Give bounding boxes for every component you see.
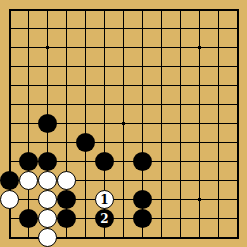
intersection[interactable] xyxy=(0,190,19,209)
intersection[interactable] xyxy=(209,38,228,57)
intersection[interactable] xyxy=(19,209,38,228)
intersection[interactable] xyxy=(152,114,171,133)
intersection[interactable] xyxy=(171,76,190,95)
intersection[interactable] xyxy=(152,228,171,247)
intersection[interactable] xyxy=(95,114,114,133)
intersection[interactable] xyxy=(76,0,95,19)
black-stone xyxy=(57,190,76,209)
black-stone xyxy=(19,152,38,171)
intersection[interactable] xyxy=(228,76,247,95)
black-stone xyxy=(133,152,152,171)
intersection[interactable] xyxy=(228,171,247,190)
intersection[interactable]: 2 xyxy=(95,209,114,228)
intersection[interactable] xyxy=(114,76,133,95)
intersection[interactable] xyxy=(133,95,152,114)
intersection[interactable] xyxy=(152,152,171,171)
intersection[interactable] xyxy=(19,133,38,152)
intersection[interactable] xyxy=(133,228,152,247)
black-stone xyxy=(133,209,152,228)
intersection[interactable] xyxy=(38,114,57,133)
intersection[interactable] xyxy=(95,19,114,38)
intersection[interactable] xyxy=(57,171,76,190)
intersection[interactable] xyxy=(133,76,152,95)
intersection[interactable] xyxy=(57,57,76,76)
intersection[interactable] xyxy=(133,114,152,133)
intersection[interactable] xyxy=(57,133,76,152)
intersection[interactable] xyxy=(38,209,57,228)
intersection[interactable] xyxy=(209,171,228,190)
intersection[interactable] xyxy=(228,57,247,76)
intersection[interactable] xyxy=(152,171,171,190)
intersection[interactable] xyxy=(228,19,247,38)
intersection[interactable] xyxy=(133,133,152,152)
intersection[interactable] xyxy=(228,0,247,19)
intersection[interactable] xyxy=(0,0,19,19)
intersection[interactable] xyxy=(190,171,209,190)
intersection[interactable] xyxy=(38,152,57,171)
intersection[interactable] xyxy=(133,38,152,57)
intersection[interactable] xyxy=(152,76,171,95)
intersection[interactable] xyxy=(190,38,209,57)
intersection[interactable] xyxy=(190,228,209,247)
intersection[interactable] xyxy=(95,171,114,190)
intersection[interactable] xyxy=(190,95,209,114)
intersection[interactable] xyxy=(228,38,247,57)
intersection[interactable] xyxy=(114,133,133,152)
black-stone xyxy=(0,171,19,190)
intersection[interactable] xyxy=(95,95,114,114)
white-stone: 1 xyxy=(95,190,114,209)
intersection[interactable] xyxy=(38,190,57,209)
white-stone xyxy=(38,171,57,190)
intersection[interactable] xyxy=(190,0,209,19)
intersection[interactable] xyxy=(133,209,152,228)
intersection[interactable] xyxy=(114,152,133,171)
intersection[interactable] xyxy=(171,114,190,133)
intersection[interactable] xyxy=(57,38,76,57)
intersection[interactable] xyxy=(76,171,95,190)
intersection[interactable] xyxy=(209,19,228,38)
intersection[interactable] xyxy=(57,152,76,171)
intersection[interactable] xyxy=(38,0,57,19)
intersection[interactable] xyxy=(152,95,171,114)
black-stone xyxy=(38,114,57,133)
go-board: 12 xyxy=(0,0,247,247)
intersection[interactable] xyxy=(190,190,209,209)
intersection[interactable] xyxy=(38,228,57,247)
intersection[interactable] xyxy=(76,190,95,209)
intersection[interactable] xyxy=(114,19,133,38)
intersection[interactable] xyxy=(209,95,228,114)
intersection[interactable] xyxy=(171,38,190,57)
intersection[interactable] xyxy=(152,190,171,209)
intersection[interactable] xyxy=(152,133,171,152)
intersection[interactable] xyxy=(209,133,228,152)
intersection[interactable] xyxy=(95,57,114,76)
intersection[interactable] xyxy=(76,57,95,76)
intersection[interactable] xyxy=(133,19,152,38)
intersection[interactable] xyxy=(152,0,171,19)
white-stone xyxy=(57,171,76,190)
intersection[interactable] xyxy=(114,209,133,228)
intersection[interactable] xyxy=(19,152,38,171)
black-stone xyxy=(38,152,57,171)
intersection[interactable] xyxy=(228,190,247,209)
intersection[interactable] xyxy=(228,114,247,133)
black-stone xyxy=(57,209,76,228)
intersection[interactable] xyxy=(171,19,190,38)
intersection[interactable] xyxy=(0,171,19,190)
intersection[interactable] xyxy=(19,38,38,57)
intersection[interactable] xyxy=(0,152,19,171)
intersection[interactable] xyxy=(171,171,190,190)
intersection[interactable] xyxy=(114,38,133,57)
intersection[interactable] xyxy=(57,95,76,114)
move-label: 1 xyxy=(100,194,108,206)
intersection[interactable] xyxy=(209,152,228,171)
intersection[interactable] xyxy=(133,152,152,171)
intersection[interactable] xyxy=(95,0,114,19)
intersection[interactable] xyxy=(76,152,95,171)
intersection[interactable] xyxy=(171,0,190,19)
intersection[interactable] xyxy=(19,114,38,133)
intersection[interactable] xyxy=(57,76,76,95)
intersection[interactable] xyxy=(209,57,228,76)
intersection[interactable] xyxy=(95,228,114,247)
intersection[interactable] xyxy=(0,95,19,114)
intersection[interactable] xyxy=(19,0,38,19)
intersection[interactable] xyxy=(76,38,95,57)
intersection[interactable] xyxy=(76,114,95,133)
intersection[interactable] xyxy=(95,133,114,152)
intersection[interactable] xyxy=(38,133,57,152)
intersection[interactable] xyxy=(133,190,152,209)
intersection[interactable] xyxy=(19,190,38,209)
intersection[interactable] xyxy=(0,38,19,57)
intersection[interactable] xyxy=(114,114,133,133)
intersection[interactable] xyxy=(152,19,171,38)
intersection[interactable] xyxy=(133,0,152,19)
intersection[interactable] xyxy=(228,228,247,247)
white-stone xyxy=(38,228,57,247)
black-stone xyxy=(133,190,152,209)
intersection[interactable] xyxy=(171,190,190,209)
intersection[interactable] xyxy=(171,209,190,228)
intersection[interactable] xyxy=(19,19,38,38)
intersection[interactable] xyxy=(114,57,133,76)
intersection[interactable] xyxy=(171,133,190,152)
white-stone xyxy=(38,209,57,228)
intersection[interactable] xyxy=(209,190,228,209)
intersection[interactable]: 1 xyxy=(95,190,114,209)
intersection[interactable] xyxy=(57,190,76,209)
intersection[interactable] xyxy=(114,171,133,190)
intersection[interactable] xyxy=(114,190,133,209)
intersection[interactable] xyxy=(19,76,38,95)
intersection[interactable] xyxy=(190,76,209,95)
intersection[interactable] xyxy=(0,133,19,152)
intersection[interactable] xyxy=(57,0,76,19)
intersection[interactable] xyxy=(171,57,190,76)
intersection[interactable] xyxy=(57,228,76,247)
intersection[interactable] xyxy=(76,95,95,114)
intersection[interactable] xyxy=(76,19,95,38)
black-stone xyxy=(76,133,95,152)
intersection[interactable] xyxy=(0,76,19,95)
intersection[interactable] xyxy=(38,57,57,76)
intersection[interactable] xyxy=(95,76,114,95)
intersection[interactable] xyxy=(19,95,38,114)
black-stone xyxy=(95,152,114,171)
intersection[interactable] xyxy=(228,209,247,228)
intersection[interactable] xyxy=(19,57,38,76)
intersection[interactable] xyxy=(114,228,133,247)
intersection[interactable] xyxy=(114,95,133,114)
black-stone xyxy=(19,209,38,228)
intersection[interactable] xyxy=(19,171,38,190)
intersection[interactable] xyxy=(190,152,209,171)
intersection[interactable] xyxy=(209,76,228,95)
intersection[interactable] xyxy=(209,0,228,19)
intersection[interactable] xyxy=(133,57,152,76)
intersection[interactable] xyxy=(38,76,57,95)
intersection[interactable] xyxy=(0,19,19,38)
intersection[interactable] xyxy=(133,171,152,190)
intersection[interactable] xyxy=(0,114,19,133)
intersection[interactable] xyxy=(190,114,209,133)
black-stone: 2 xyxy=(95,209,114,228)
intersection[interactable] xyxy=(76,133,95,152)
intersection[interactable] xyxy=(38,19,57,38)
intersection[interactable] xyxy=(76,228,95,247)
intersection[interactable] xyxy=(152,209,171,228)
intersection[interactable] xyxy=(190,209,209,228)
intersection[interactable] xyxy=(114,0,133,19)
intersection[interactable] xyxy=(209,209,228,228)
intersection[interactable] xyxy=(228,152,247,171)
intersection[interactable] xyxy=(38,95,57,114)
white-stone xyxy=(38,190,57,209)
board-grid: 12 xyxy=(0,0,247,247)
intersection[interactable] xyxy=(57,114,76,133)
intersection[interactable] xyxy=(95,38,114,57)
intersection[interactable] xyxy=(171,228,190,247)
intersection[interactable] xyxy=(152,38,171,57)
move-label: 2 xyxy=(100,213,108,225)
intersection[interactable] xyxy=(57,209,76,228)
intersection[interactable] xyxy=(209,114,228,133)
intersection[interactable] xyxy=(171,95,190,114)
intersection[interactable] xyxy=(76,209,95,228)
intersection[interactable] xyxy=(228,95,247,114)
intersection[interactable] xyxy=(57,19,76,38)
white-stone xyxy=(0,190,19,209)
intersection[interactable] xyxy=(209,228,228,247)
intersection[interactable] xyxy=(38,171,57,190)
intersection[interactable] xyxy=(19,228,38,247)
intersection[interactable] xyxy=(228,133,247,152)
intersection[interactable] xyxy=(0,209,19,228)
intersection[interactable] xyxy=(190,57,209,76)
intersection[interactable] xyxy=(190,19,209,38)
intersection[interactable] xyxy=(152,57,171,76)
intersection[interactable] xyxy=(38,38,57,57)
intersection[interactable] xyxy=(0,57,19,76)
intersection[interactable] xyxy=(0,228,19,247)
intersection[interactable] xyxy=(171,152,190,171)
intersection[interactable] xyxy=(95,152,114,171)
intersection[interactable] xyxy=(76,76,95,95)
intersection[interactable] xyxy=(190,133,209,152)
white-stone xyxy=(19,171,38,190)
